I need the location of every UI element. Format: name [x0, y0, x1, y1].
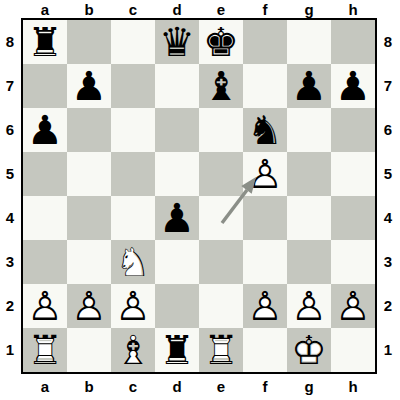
file-label-h: h [331, 377, 375, 397]
file-label-h: h [331, 0, 375, 18]
file-labels-bottom: abcdefgh [23, 377, 375, 397]
square-h4[interactable] [331, 196, 375, 240]
rank-labels-right: 87654321 [378, 20, 398, 372]
rank-labels-left: 87654321 [0, 20, 20, 372]
piece-black-king-e8: ♚ [199, 20, 243, 64]
file-label-f: f [243, 0, 287, 18]
square-g3[interactable] [287, 240, 331, 284]
rank-label-2: 2 [0, 284, 20, 328]
piece-black-knight-f6: ♞ [243, 108, 287, 152]
square-g5[interactable] [287, 152, 331, 196]
piece-fill: ♟ [243, 284, 287, 328]
square-b1[interactable] [67, 328, 111, 372]
square-c1[interactable]: ♝♗ [111, 328, 155, 372]
square-d5[interactable] [155, 152, 199, 196]
square-b8[interactable] [67, 20, 111, 64]
chess-diagram: abcdefgh 87654321 ♜♛♚♟♝♟♟♟♞♟♙♟♞♘♟♙♟♙♟♙♟♙… [0, 0, 400, 400]
file-label-c: c [111, 0, 155, 18]
square-h5[interactable] [331, 152, 375, 196]
piece-fill: ♟ [67, 284, 111, 328]
file-label-g: g [287, 0, 331, 18]
file-label-a: a [23, 377, 67, 397]
square-e3[interactable] [199, 240, 243, 284]
square-g4[interactable] [287, 196, 331, 240]
piece-fill: ♚ [287, 328, 331, 372]
square-b7[interactable]: ♟ [67, 64, 111, 108]
piece-black-pawn-a6: ♟ [23, 108, 67, 152]
file-label-d: d [155, 0, 199, 18]
piece-fill: ♞ [111, 240, 155, 284]
piece-white-pawn-h2: ♙ [331, 284, 375, 328]
file-label-g: g [287, 377, 331, 397]
piece-black-rook-d1: ♜ [155, 328, 199, 372]
square-d1[interactable]: ♜ [155, 328, 199, 372]
square-g6[interactable] [287, 108, 331, 152]
square-f1[interactable] [243, 328, 287, 372]
square-d8[interactable]: ♛ [155, 20, 199, 64]
square-f2[interactable]: ♟♙ [243, 284, 287, 328]
square-f5[interactable]: ♟♙ [243, 152, 287, 196]
square-c6[interactable] [111, 108, 155, 152]
piece-fill: ♟ [23, 284, 67, 328]
file-label-d: d [155, 377, 199, 397]
square-e1[interactable]: ♜♖ [199, 328, 243, 372]
chess-board: ♜♛♚♟♝♟♟♟♞♟♙♟♞♘♟♙♟♙♟♙♟♙♟♙♟♙♜♖♝♗♜♜♖♚♔ [21, 18, 377, 374]
square-a3[interactable] [23, 240, 67, 284]
square-g2[interactable]: ♟♙ [287, 284, 331, 328]
square-d7[interactable] [155, 64, 199, 108]
square-c8[interactable] [111, 20, 155, 64]
rank-label-8: 8 [378, 20, 398, 64]
square-a6[interactable]: ♟ [23, 108, 67, 152]
piece-white-pawn-f2: ♙ [243, 284, 287, 328]
rank-label-4: 4 [378, 196, 398, 240]
rank-label-4: 4 [0, 196, 20, 240]
square-e5[interactable] [199, 152, 243, 196]
square-e6[interactable] [199, 108, 243, 152]
square-g7[interactable]: ♟ [287, 64, 331, 108]
piece-white-pawn-a2: ♙ [23, 284, 67, 328]
square-c7[interactable] [111, 64, 155, 108]
piece-black-rook-a8: ♜ [23, 20, 67, 64]
rank-label-3: 3 [0, 240, 20, 284]
square-a4[interactable] [23, 196, 67, 240]
square-h1[interactable] [331, 328, 375, 372]
piece-white-knight-c3: ♘ [111, 240, 155, 284]
piece-black-queen-d8: ♛ [155, 20, 199, 64]
square-d4[interactable]: ♟ [155, 196, 199, 240]
file-label-c: c [111, 377, 155, 397]
file-labels-top: abcdefgh [23, 0, 375, 18]
piece-fill: ♟ [111, 284, 155, 328]
square-b3[interactable] [67, 240, 111, 284]
square-b5[interactable] [67, 152, 111, 196]
rank-label-5: 5 [0, 152, 20, 196]
piece-white-rook-a1: ♖ [23, 328, 67, 372]
square-c5[interactable] [111, 152, 155, 196]
square-e4[interactable] [199, 196, 243, 240]
square-f4[interactable] [243, 196, 287, 240]
square-f6[interactable]: ♞ [243, 108, 287, 152]
piece-black-bishop-e7: ♝ [199, 64, 243, 108]
square-e7[interactable]: ♝ [199, 64, 243, 108]
square-a2[interactable]: ♟♙ [23, 284, 67, 328]
square-a8[interactable]: ♜ [23, 20, 67, 64]
square-e8[interactable]: ♚ [199, 20, 243, 64]
rank-label-1: 1 [0, 328, 20, 372]
square-g1[interactable]: ♚♔ [287, 328, 331, 372]
piece-white-pawn-g2: ♙ [287, 284, 331, 328]
rank-label-7: 7 [0, 64, 20, 108]
piece-fill: ♟ [243, 152, 287, 196]
square-b6[interactable] [67, 108, 111, 152]
square-b2[interactable]: ♟♙ [67, 284, 111, 328]
piece-fill: ♟ [331, 284, 375, 328]
square-h3[interactable] [331, 240, 375, 284]
rank-label-7: 7 [378, 64, 398, 108]
square-a1[interactable]: ♜♖ [23, 328, 67, 372]
square-h6[interactable] [331, 108, 375, 152]
square-d3[interactable] [155, 240, 199, 284]
file-label-e: e [199, 377, 243, 397]
square-d2[interactable] [155, 284, 199, 328]
file-label-b: b [67, 0, 111, 18]
file-label-f: f [243, 377, 287, 397]
piece-black-pawn-h7: ♟ [331, 64, 375, 108]
file-label-a: a [23, 0, 67, 18]
piece-black-pawn-d4: ♟ [155, 196, 199, 240]
square-b4[interactable] [67, 196, 111, 240]
piece-fill: ♝ [111, 328, 155, 372]
square-h8[interactable] [331, 20, 375, 64]
piece-black-pawn-b7: ♟ [67, 64, 111, 108]
piece-fill: ♜ [199, 328, 243, 372]
piece-black-pawn-g7: ♟ [287, 64, 331, 108]
piece-white-king-g1: ♔ [287, 328, 331, 372]
rank-label-8: 8 [0, 20, 20, 64]
square-f8[interactable] [243, 20, 287, 64]
square-a5[interactable] [23, 152, 67, 196]
file-label-b: b [67, 377, 111, 397]
piece-white-pawn-f5: ♙ [243, 152, 287, 196]
piece-white-pawn-b2: ♙ [67, 284, 111, 328]
rank-label-1: 1 [378, 328, 398, 372]
rank-label-5: 5 [378, 152, 398, 196]
rank-label-6: 6 [0, 108, 20, 152]
rank-label-6: 6 [378, 108, 398, 152]
file-label-e: e [199, 0, 243, 18]
square-h2[interactable]: ♟♙ [331, 284, 375, 328]
square-c4[interactable] [111, 196, 155, 240]
piece-white-bishop-c1: ♗ [111, 328, 155, 372]
piece-white-pawn-c2: ♙ [111, 284, 155, 328]
square-c3[interactable]: ♞♘ [111, 240, 155, 284]
square-c2[interactable]: ♟♙ [111, 284, 155, 328]
square-h7[interactable]: ♟ [331, 64, 375, 108]
square-f7[interactable] [243, 64, 287, 108]
square-e2[interactable] [199, 284, 243, 328]
square-g8[interactable] [287, 20, 331, 64]
piece-fill: ♟ [287, 284, 331, 328]
square-f3[interactable] [243, 240, 287, 284]
piece-white-rook-e1: ♖ [199, 328, 243, 372]
rank-label-3: 3 [378, 240, 398, 284]
rank-label-2: 2 [378, 284, 398, 328]
square-a7[interactable] [23, 64, 67, 108]
square-d6[interactable] [155, 108, 199, 152]
piece-fill: ♜ [23, 328, 67, 372]
